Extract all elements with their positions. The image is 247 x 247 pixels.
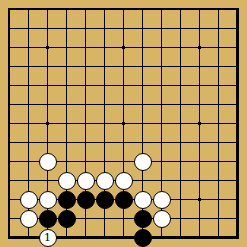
white-stone [115, 172, 133, 190]
intersection[interactable] [19, 114, 38, 133]
intersection[interactable] [57, 38, 76, 57]
intersection[interactable] [76, 114, 95, 133]
intersection[interactable] [38, 57, 57, 76]
intersection[interactable] [133, 171, 152, 190]
intersection[interactable] [228, 38, 247, 57]
intersection[interactable] [209, 38, 228, 57]
black-stone [58, 210, 76, 228]
intersection[interactable]: 1 [38, 228, 57, 247]
intersection[interactable] [133, 95, 152, 114]
black-stone [39, 210, 57, 228]
intersection[interactable] [38, 114, 57, 133]
intersection[interactable] [19, 57, 38, 76]
intersection[interactable] [152, 76, 171, 95]
intersection[interactable] [95, 152, 114, 171]
star-point [198, 198, 201, 201]
intersection[interactable] [190, 0, 209, 19]
intersection[interactable] [0, 19, 19, 38]
intersection[interactable] [57, 228, 76, 247]
intersection[interactable] [0, 209, 19, 228]
intersection[interactable] [19, 171, 38, 190]
intersection[interactable] [133, 38, 152, 57]
intersection[interactable] [95, 57, 114, 76]
intersection[interactable] [57, 171, 76, 190]
intersection[interactable] [209, 133, 228, 152]
intersection[interactable] [228, 133, 247, 152]
intersection[interactable] [76, 228, 95, 247]
intersection[interactable] [57, 133, 76, 152]
go-board: 1 [0, 0, 247, 247]
star-point [198, 122, 201, 125]
intersection[interactable] [95, 0, 114, 19]
move-number-label: 1 [44, 232, 51, 243]
intersection[interactable] [95, 114, 114, 133]
intersection[interactable] [152, 152, 171, 171]
intersection[interactable] [228, 19, 247, 38]
intersection[interactable] [209, 95, 228, 114]
intersection[interactable] [19, 19, 38, 38]
intersection[interactable] [0, 38, 19, 57]
intersection[interactable] [209, 171, 228, 190]
intersection[interactable] [152, 19, 171, 38]
intersection[interactable] [19, 209, 38, 228]
white-stone-move-1: 1 [39, 229, 57, 247]
intersection[interactable] [190, 38, 209, 57]
intersection[interactable] [171, 133, 190, 152]
intersection[interactable] [57, 0, 76, 19]
intersection[interactable] [228, 209, 247, 228]
intersection[interactable] [38, 171, 57, 190]
intersection[interactable] [190, 95, 209, 114]
intersection[interactable] [190, 114, 209, 133]
white-stone [39, 191, 57, 209]
intersection[interactable] [171, 95, 190, 114]
intersection[interactable] [76, 57, 95, 76]
intersection[interactable] [133, 133, 152, 152]
intersection[interactable] [228, 152, 247, 171]
black-stone [96, 191, 114, 209]
intersection[interactable] [0, 0, 19, 19]
intersection[interactable] [228, 57, 247, 76]
intersection[interactable] [114, 57, 133, 76]
intersection[interactable] [152, 190, 171, 209]
intersection[interactable] [76, 133, 95, 152]
board-grid: 1 [0, 0, 247, 247]
intersection[interactable] [190, 76, 209, 95]
intersection[interactable] [19, 38, 38, 57]
intersection[interactable] [76, 152, 95, 171]
intersection[interactable] [19, 190, 38, 209]
intersection[interactable] [76, 19, 95, 38]
white-stone [77, 172, 95, 190]
intersection[interactable] [133, 209, 152, 228]
intersection[interactable] [190, 190, 209, 209]
black-stone [58, 191, 76, 209]
star-point [46, 46, 49, 49]
intersection[interactable] [19, 95, 38, 114]
intersection[interactable] [171, 57, 190, 76]
intersection[interactable] [38, 190, 57, 209]
intersection[interactable] [190, 152, 209, 171]
intersection[interactable] [133, 19, 152, 38]
intersection[interactable] [38, 95, 57, 114]
intersection[interactable] [190, 133, 209, 152]
star-point [122, 122, 125, 125]
intersection[interactable] [95, 171, 114, 190]
intersection[interactable] [209, 76, 228, 95]
white-stone [39, 153, 57, 171]
intersection[interactable] [228, 0, 247, 19]
intersection[interactable] [133, 190, 152, 209]
intersection[interactable] [152, 0, 171, 19]
intersection[interactable] [95, 209, 114, 228]
black-stone [134, 229, 152, 247]
intersection[interactable] [57, 152, 76, 171]
intersection[interactable] [114, 95, 133, 114]
white-stone [20, 191, 38, 209]
intersection[interactable] [171, 171, 190, 190]
black-stone [134, 210, 152, 228]
intersection[interactable] [95, 19, 114, 38]
intersection[interactable] [152, 228, 171, 247]
intersection[interactable] [76, 171, 95, 190]
intersection[interactable] [190, 19, 209, 38]
intersection[interactable] [95, 95, 114, 114]
intersection[interactable] [19, 76, 38, 95]
star-point [122, 46, 125, 49]
intersection[interactable] [228, 76, 247, 95]
intersection[interactable] [57, 57, 76, 76]
intersection[interactable] [38, 19, 57, 38]
intersection[interactable] [190, 228, 209, 247]
intersection[interactable] [114, 19, 133, 38]
white-stone [153, 191, 171, 209]
intersection[interactable] [19, 152, 38, 171]
intersection[interactable] [209, 19, 228, 38]
intersection[interactable] [171, 209, 190, 228]
intersection[interactable] [95, 38, 114, 57]
intersection[interactable] [76, 76, 95, 95]
intersection[interactable] [114, 114, 133, 133]
intersection[interactable] [38, 152, 57, 171]
intersection[interactable] [114, 133, 133, 152]
intersection[interactable] [152, 209, 171, 228]
intersection[interactable] [0, 133, 19, 152]
intersection[interactable] [0, 57, 19, 76]
intersection[interactable] [0, 171, 19, 190]
intersection[interactable] [57, 95, 76, 114]
intersection[interactable] [114, 209, 133, 228]
intersection[interactable] [114, 0, 133, 19]
intersection[interactable] [38, 0, 57, 19]
intersection[interactable] [0, 190, 19, 209]
white-stone [134, 153, 152, 171]
intersection[interactable] [152, 57, 171, 76]
intersection[interactable] [152, 171, 171, 190]
intersection[interactable] [19, 0, 38, 19]
white-stone [96, 172, 114, 190]
intersection[interactable] [228, 114, 247, 133]
intersection[interactable] [133, 76, 152, 95]
intersection[interactable] [228, 228, 247, 247]
intersection[interactable] [114, 190, 133, 209]
intersection[interactable] [171, 38, 190, 57]
intersection[interactable] [19, 228, 38, 247]
intersection[interactable] [133, 57, 152, 76]
intersection[interactable] [38, 209, 57, 228]
intersection[interactable] [171, 190, 190, 209]
black-stone [115, 191, 133, 209]
intersection[interactable] [209, 190, 228, 209]
intersection[interactable] [209, 209, 228, 228]
intersection[interactable] [209, 152, 228, 171]
intersection[interactable] [76, 38, 95, 57]
intersection[interactable] [228, 190, 247, 209]
intersection[interactable] [190, 57, 209, 76]
intersection[interactable] [95, 190, 114, 209]
intersection[interactable] [19, 133, 38, 152]
intersection[interactable] [76, 0, 95, 19]
intersection[interactable] [209, 228, 228, 247]
white-stone [58, 172, 76, 190]
intersection[interactable] [95, 228, 114, 247]
intersection[interactable] [57, 19, 76, 38]
intersection[interactable] [0, 76, 19, 95]
intersection[interactable] [57, 190, 76, 209]
intersection[interactable] [228, 171, 247, 190]
star-point [46, 122, 49, 125]
intersection[interactable] [171, 76, 190, 95]
intersection[interactable] [171, 19, 190, 38]
intersection[interactable] [76, 95, 95, 114]
intersection[interactable] [0, 114, 19, 133]
intersection[interactable] [133, 114, 152, 133]
intersection[interactable] [171, 152, 190, 171]
white-stone [153, 210, 171, 228]
intersection[interactable] [133, 0, 152, 19]
intersection[interactable] [114, 152, 133, 171]
star-point [198, 46, 201, 49]
intersection[interactable] [209, 0, 228, 19]
intersection[interactable] [190, 171, 209, 190]
intersection[interactable] [152, 114, 171, 133]
intersection[interactable] [114, 76, 133, 95]
intersection[interactable] [38, 133, 57, 152]
black-stone [77, 191, 95, 209]
intersection[interactable] [0, 228, 19, 247]
intersection[interactable] [0, 95, 19, 114]
intersection[interactable] [209, 114, 228, 133]
intersection[interactable] [95, 133, 114, 152]
intersection[interactable] [76, 209, 95, 228]
intersection[interactable] [152, 133, 171, 152]
intersection[interactable] [114, 171, 133, 190]
intersection[interactable] [209, 57, 228, 76]
intersection[interactable] [171, 228, 190, 247]
intersection[interactable] [133, 152, 152, 171]
intersection[interactable] [228, 95, 247, 114]
white-stone [134, 191, 152, 209]
intersection[interactable] [152, 95, 171, 114]
intersection[interactable] [38, 38, 57, 57]
intersection[interactable] [57, 209, 76, 228]
intersection[interactable] [38, 76, 57, 95]
intersection[interactable] [133, 228, 152, 247]
intersection[interactable] [95, 76, 114, 95]
intersection[interactable] [57, 114, 76, 133]
intersection[interactable] [57, 76, 76, 95]
intersection[interactable] [190, 209, 209, 228]
intersection[interactable] [114, 228, 133, 247]
intersection[interactable] [171, 0, 190, 19]
intersection[interactable] [152, 38, 171, 57]
intersection[interactable] [76, 190, 95, 209]
white-stone [20, 210, 38, 228]
intersection[interactable] [0, 152, 19, 171]
intersection[interactable] [114, 38, 133, 57]
intersection[interactable] [171, 114, 190, 133]
